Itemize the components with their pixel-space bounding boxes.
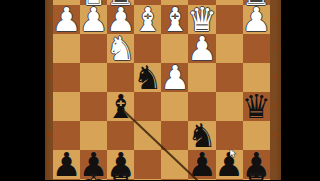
white-knight[interactable]: ♞ (106, 34, 136, 63)
chess-board[interactable]: ♚♜♜♟♟♟♝♝♛♟♞♟♞♟♝♛♞♟♟♟♟♟♟♚♜♜ (53, 0, 270, 180)
white-pawn[interactable]: ♟ (187, 34, 217, 63)
square-b5[interactable] (216, 92, 243, 121)
square-f8[interactable]: ♜ (107, 179, 134, 181)
white-pawn[interactable]: ♟ (79, 5, 109, 34)
rank-label-6-right: 6 (271, 131, 280, 139)
black-pawn[interactable]: ♟ (52, 150, 82, 179)
square-a5[interactable]: ♛ (243, 92, 270, 121)
square-b3[interactable] (216, 34, 243, 63)
rank-label-6-left: 6 (45, 131, 54, 139)
black-king[interactable]: ♚ (79, 172, 109, 181)
black-bishop[interactable]: ♝ (106, 92, 136, 121)
square-d2[interactable]: ♝ (161, 5, 188, 34)
rank-label-7-right: 7 (271, 160, 280, 168)
square-h5[interactable] (53, 92, 80, 121)
square-a2[interactable]: ♟ (243, 5, 270, 34)
square-d6[interactable] (161, 121, 188, 150)
square-d4[interactable]: ♟ (161, 63, 188, 92)
square-g8[interactable]: ♚ (80, 179, 107, 181)
square-b4[interactable] (216, 63, 243, 92)
rank-label-5-right: 5 (271, 102, 280, 110)
rank-label-3-right: 3 (271, 44, 280, 52)
square-g5[interactable] (80, 92, 107, 121)
square-h4[interactable] (53, 63, 80, 92)
square-b7[interactable]: ♟ (216, 150, 243, 179)
rank-label-5-left: 5 (45, 102, 54, 110)
rank-label-2-left: 2 (45, 15, 54, 23)
square-a8[interactable]: ♜ (243, 179, 270, 181)
square-e2[interactable]: ♝ (134, 5, 161, 34)
square-c7[interactable]: ♟ (188, 150, 215, 179)
rank-label-7-left: 7 (45, 160, 54, 168)
rank-label-3-left: 3 (45, 44, 54, 52)
black-pawn[interactable]: ♟ (214, 150, 244, 179)
square-g2[interactable]: ♟ (80, 5, 107, 34)
square-c3[interactable]: ♟ (188, 34, 215, 63)
square-e4[interactable]: ♞ (134, 63, 161, 92)
square-g4[interactable] (80, 63, 107, 92)
black-rook[interactable]: ♜ (241, 172, 271, 181)
square-h7[interactable]: ♟ (53, 150, 80, 179)
square-h2[interactable]: ♟ (53, 5, 80, 34)
black-queen[interactable]: ♛ (241, 92, 271, 121)
square-b2[interactable] (216, 5, 243, 34)
black-knight[interactable]: ♞ (133, 63, 163, 92)
black-pawn[interactable]: ♟ (187, 150, 217, 179)
rank-label-4-right: 4 (271, 73, 280, 81)
square-e6[interactable] (134, 121, 161, 150)
black-rook[interactable]: ♜ (106, 172, 136, 181)
square-f5[interactable]: ♝ (107, 92, 134, 121)
rank-label-2-right: 2 (271, 15, 280, 23)
square-e8[interactable] (134, 179, 161, 181)
white-pawn[interactable]: ♟ (241, 5, 271, 34)
white-bishop[interactable]: ♝ (133, 5, 163, 34)
white-bishop[interactable]: ♝ (160, 5, 190, 34)
chessboard-screenshot: ♚♜♜♟♟♟♝♝♛♟♞♟♞♟♝♛♞♟♟♟♟♟♟♚♜♜ 223344556677 (0, 0, 320, 180)
square-d7[interactable] (161, 150, 188, 179)
square-d8[interactable] (161, 179, 188, 181)
square-e7[interactable] (134, 150, 161, 179)
white-pawn[interactable]: ♟ (160, 63, 190, 92)
rank-label-4-left: 4 (45, 73, 54, 81)
square-f3[interactable]: ♞ (107, 34, 134, 63)
white-pawn[interactable]: ♟ (52, 5, 82, 34)
